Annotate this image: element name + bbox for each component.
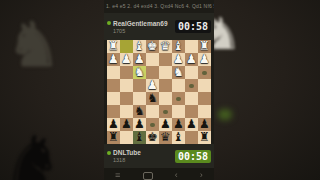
bottom-toolbar: ≡ ‹ › bbox=[104, 168, 214, 180]
square-c8[interactable]: ♝ bbox=[172, 131, 185, 144]
forward-icon[interactable]: › bbox=[200, 171, 203, 180]
piece-black-pawn[interactable]: ♟ bbox=[186, 118, 197, 131]
game-screen: 1. e4 e5 2. d4 exd4 3. Qxd4 Nc6 4. Qd1 N… bbox=[104, 0, 214, 180]
square-c4[interactable] bbox=[172, 79, 185, 92]
menu-icon[interactable]: ≡ bbox=[115, 171, 120, 180]
square-f8[interactable]: ♝ bbox=[133, 131, 146, 144]
online-dot-icon bbox=[107, 151, 111, 155]
background-green-blob bbox=[218, 109, 232, 120]
square-h8[interactable]: ♜ bbox=[107, 131, 120, 144]
piece-black-queen[interactable]: ♛ bbox=[160, 131, 171, 144]
player-name: DNLTube bbox=[113, 149, 141, 156]
square-e6[interactable] bbox=[146, 105, 159, 118]
square-b5[interactable] bbox=[185, 92, 198, 105]
square-a3[interactable] bbox=[198, 66, 211, 79]
square-d1[interactable]: ♛ bbox=[159, 40, 172, 53]
player-bar: DNLTube 1318 00:58 bbox=[104, 144, 214, 168]
move-hint-dot[interactable] bbox=[150, 123, 155, 128]
player-info[interactable]: DNLTube 1318 bbox=[107, 149, 141, 163]
square-e8[interactable]: ♚ bbox=[146, 131, 159, 144]
chess-board[interactable]: ♜♝♚♛♝♜♟♟♟♟♟♟♞♞♟♞♞♟♟♟♟♟♟♟♜♝♚♛♝♜ bbox=[107, 40, 211, 144]
move-hint-dot[interactable] bbox=[202, 71, 207, 76]
piece-white-queen[interactable]: ♛ bbox=[160, 40, 171, 53]
move-list-bar: 1. e4 e5 2. d4 exd4 3. Qxd4 Nc6 4. Qd1 N… bbox=[104, 0, 214, 13]
video-frame: ♞ ♞ ♞ 1. e4 e5 2. d4 exd4 3. Qxd4 Nc6 4.… bbox=[0, 0, 320, 180]
piece-black-bishop[interactable]: ♝ bbox=[173, 131, 184, 144]
online-dot-icon bbox=[107, 21, 111, 25]
square-b2[interactable]: ♟ bbox=[185, 53, 198, 66]
square-g7[interactable]: ♟ bbox=[120, 118, 133, 131]
square-c5[interactable] bbox=[172, 92, 185, 105]
square-b7[interactable]: ♟ bbox=[185, 118, 198, 131]
piece-black-bishop[interactable]: ♝ bbox=[134, 131, 145, 144]
piece-white-knight[interactable]: ♞ bbox=[134, 66, 145, 79]
square-d8[interactable]: ♛ bbox=[159, 131, 172, 144]
square-d3[interactable] bbox=[159, 66, 172, 79]
player-rating: 1318 bbox=[107, 157, 141, 163]
square-b8[interactable] bbox=[185, 131, 198, 144]
square-a4[interactable] bbox=[198, 79, 211, 92]
square-g3[interactable] bbox=[120, 66, 133, 79]
square-b4[interactable] bbox=[185, 79, 198, 92]
piece-black-rook[interactable]: ♜ bbox=[108, 131, 119, 144]
piece-white-king[interactable]: ♚ bbox=[147, 40, 158, 53]
piece-white-pawn[interactable]: ♟ bbox=[108, 53, 119, 66]
background-knight-bottom-left-icon: ♞ bbox=[2, 126, 63, 180]
backward-icon[interactable]: ‹ bbox=[175, 171, 178, 180]
piece-black-knight[interactable]: ♞ bbox=[147, 92, 158, 105]
piece-white-pawn[interactable]: ♟ bbox=[186, 53, 197, 66]
move-hint-dot[interactable] bbox=[189, 84, 194, 89]
piece-black-pawn[interactable]: ♟ bbox=[121, 118, 132, 131]
square-g8[interactable] bbox=[120, 131, 133, 144]
square-a2[interactable]: ♟ bbox=[198, 53, 211, 66]
square-e2[interactable] bbox=[146, 53, 159, 66]
move-hint-dot[interactable] bbox=[163, 110, 168, 115]
opponent-name: RealGentleman69 bbox=[113, 20, 168, 27]
piece-white-pawn[interactable]: ♟ bbox=[121, 53, 132, 66]
opponent-clock: 00:58 bbox=[175, 20, 211, 33]
square-h5[interactable] bbox=[107, 92, 120, 105]
player-clock: 00:58 bbox=[175, 150, 211, 163]
square-f3[interactable]: ♞ bbox=[133, 66, 146, 79]
move-hint-dot[interactable] bbox=[176, 97, 181, 102]
square-g4[interactable] bbox=[120, 79, 133, 92]
square-h2[interactable]: ♟ bbox=[107, 53, 120, 66]
piece-black-king[interactable]: ♚ bbox=[147, 131, 158, 144]
square-g5[interactable] bbox=[120, 92, 133, 105]
background-knight-top-left-icon: ♞ bbox=[6, 14, 62, 76]
square-e5[interactable]: ♞ bbox=[146, 92, 159, 105]
square-e1[interactable]: ♚ bbox=[146, 40, 159, 53]
square-f4[interactable] bbox=[133, 79, 146, 92]
piece-white-pawn[interactable]: ♟ bbox=[199, 53, 210, 66]
square-h4[interactable] bbox=[107, 79, 120, 92]
chat-icon[interactable] bbox=[143, 172, 153, 180]
square-a8[interactable]: ♜ bbox=[198, 131, 211, 144]
square-h3[interactable] bbox=[107, 66, 120, 79]
piece-black-rook[interactable]: ♜ bbox=[199, 131, 210, 144]
opponent-player-bar: RealGentleman69 1705 00:58 bbox=[104, 13, 214, 41]
opponent-rating: 1705 bbox=[107, 28, 168, 34]
square-b3[interactable] bbox=[185, 66, 198, 79]
move-list: 1. e4 e5 2. d4 exd4 3. Qxd4 Nc6 4. Qd1 N… bbox=[104, 3, 214, 9]
square-d4[interactable] bbox=[159, 79, 172, 92]
square-c3[interactable]: ♞ bbox=[172, 66, 185, 79]
square-g2[interactable]: ♟ bbox=[120, 53, 133, 66]
opponent-info[interactable]: RealGentleman69 1705 bbox=[107, 20, 168, 34]
square-d5[interactable] bbox=[159, 92, 172, 105]
square-a5[interactable] bbox=[198, 92, 211, 105]
square-d2[interactable] bbox=[159, 53, 172, 66]
piece-white-knight[interactable]: ♞ bbox=[173, 66, 184, 79]
